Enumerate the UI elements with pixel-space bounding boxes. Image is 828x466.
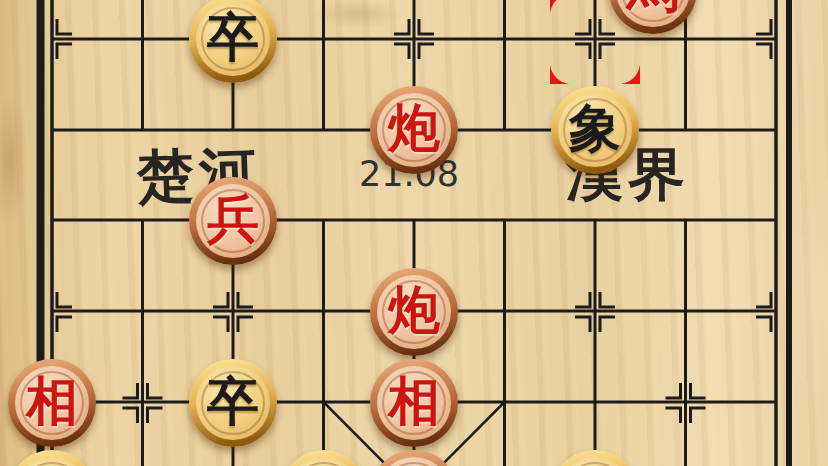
piece-相[interactable]: 相: [8, 359, 96, 447]
piece-glyph: 炮: [388, 285, 440, 337]
piece-glyph: 炮: [388, 103, 440, 155]
piece-grid: 卒炮象兵炮相卒相: [7, 0, 822, 466]
piece-glyph: 卒: [207, 12, 259, 64]
piece-unknown[interactable]: [8, 450, 96, 466]
piece-glyph: 相: [388, 376, 440, 428]
piece-glyph: 相: [26, 376, 78, 428]
piece-兵[interactable]: 兵: [189, 177, 277, 265]
piece-卒[interactable]: 卒: [189, 0, 277, 83]
piece-unknown[interactable]: [280, 450, 368, 466]
piece-相[interactable]: 相: [370, 359, 458, 447]
piece-glyph: 馬: [627, 0, 679, 15]
piece-炮[interactable]: 炮: [370, 86, 458, 174]
piece-unknown[interactable]: [370, 450, 458, 466]
piece-卒[interactable]: 卒: [189, 359, 277, 447]
piece-glyph: 兵: [207, 194, 259, 246]
piece-unknown[interactable]: [551, 450, 639, 466]
piece-炮[interactable]: 炮: [370, 268, 458, 356]
piece-glyph: 象: [569, 103, 621, 155]
xiangqi-board: 楚河 漢界 21.08 卒炮象兵炮相卒相 馬: [0, 0, 828, 466]
piece-象[interactable]: 象: [551, 86, 639, 174]
piece-glyph: 卒: [207, 376, 259, 428]
